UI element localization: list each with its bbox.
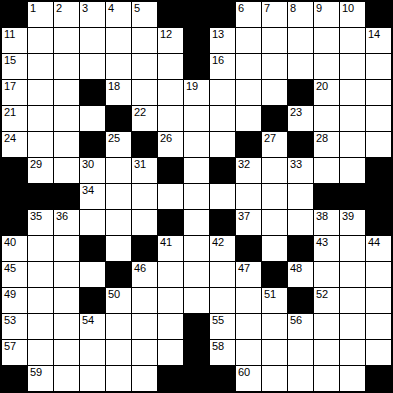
clue-number-10: 10 <box>342 2 354 15</box>
white-cell-r11c4[interactable]: 50 <box>106 288 131 313</box>
white-cell-r7c7[interactable] <box>184 184 209 209</box>
clue-number-58: 58 <box>212 340 224 353</box>
clue-number-45: 45 <box>4 262 16 275</box>
black-cell-r14c14 <box>366 366 391 391</box>
white-cell-r5c10[interactable]: 27 <box>262 132 287 157</box>
white-cell-r6c1[interactable]: 29 <box>28 158 53 183</box>
white-cell-r13c3[interactable] <box>80 340 105 365</box>
white-cell-r8c9[interactable]: 37 <box>236 210 261 235</box>
white-cell-r3c9[interactable] <box>236 80 261 105</box>
black-cell-r2c7 <box>184 54 209 79</box>
white-cell-r0c2[interactable]: 2 <box>54 2 79 27</box>
white-cell-r2c11[interactable] <box>288 54 313 79</box>
clue-number-39: 39 <box>342 210 354 223</box>
white-cell-r11c2[interactable] <box>54 288 79 313</box>
white-cell-r12c3[interactable]: 54 <box>80 314 105 339</box>
white-cell-r5c13[interactable] <box>340 132 365 157</box>
black-cell-r7c12 <box>314 184 339 209</box>
white-cell-r6c7[interactable] <box>184 158 209 183</box>
white-cell-r5c0[interactable]: 24 <box>2 132 27 157</box>
clue-number-11: 11 <box>4 28 15 41</box>
black-cell-r7c2 <box>54 184 79 209</box>
black-cell-r7c0 <box>2 184 27 209</box>
clue-number-47: 47 <box>238 262 250 275</box>
white-cell-r4c13[interactable] <box>340 106 365 131</box>
white-cell-r5c6[interactable]: 26 <box>158 132 183 157</box>
white-cell-r4c0[interactable]: 21 <box>2 106 27 131</box>
white-cell-r2c6[interactable] <box>158 54 183 79</box>
white-cell-r12c9[interactable] <box>236 314 261 339</box>
white-cell-r10c12[interactable] <box>314 262 339 287</box>
white-cell-r4c11[interactable]: 23 <box>288 106 313 131</box>
white-cell-r14c13[interactable] <box>340 366 365 391</box>
white-cell-r3c14[interactable] <box>366 80 391 105</box>
white-cell-r10c3[interactable] <box>80 262 105 287</box>
white-cell-r3c10[interactable] <box>262 80 287 105</box>
white-cell-r5c1[interactable] <box>28 132 53 157</box>
black-cell-r0c7 <box>184 2 209 27</box>
white-cell-r7c4[interactable] <box>106 184 131 209</box>
white-cell-r5c7[interactable] <box>184 132 209 157</box>
clue-number-20: 20 <box>316 80 328 93</box>
white-cell-r5c14[interactable] <box>366 132 391 157</box>
white-cell-r13c0[interactable]: 57 <box>2 340 27 365</box>
clue-number-46: 46 <box>134 262 146 275</box>
clue-number-1: 1 <box>30 2 36 15</box>
clue-number-50: 50 <box>108 288 120 301</box>
black-cell-r13c7 <box>184 340 209 365</box>
clue-number-57: 57 <box>4 340 16 353</box>
clue-number-29: 29 <box>30 158 42 171</box>
white-cell-r13c8[interactable]: 58 <box>210 340 235 365</box>
clue-number-9: 9 <box>316 2 322 15</box>
black-cell-r0c0 <box>2 2 27 27</box>
white-cell-r13c13[interactable] <box>340 340 365 365</box>
white-cell-r4c9[interactable] <box>236 106 261 131</box>
white-cell-r0c11[interactable]: 8 <box>288 2 313 27</box>
clue-number-14: 14 <box>368 28 380 41</box>
white-cell-r13c10[interactable] <box>262 340 287 365</box>
clue-number-55: 55 <box>212 314 224 327</box>
white-cell-r7c5[interactable] <box>132 184 157 209</box>
white-cell-r3c1[interactable] <box>28 80 53 105</box>
clue-number-43: 43 <box>316 236 328 249</box>
clue-number-59: 59 <box>30 366 42 379</box>
clue-number-40: 40 <box>4 236 16 249</box>
white-cell-r5c2[interactable] <box>54 132 79 157</box>
clue-number-42: 42 <box>212 236 224 249</box>
black-cell-r3c11 <box>288 80 313 105</box>
white-cell-r4c6[interactable] <box>158 106 183 131</box>
white-cell-r6c12[interactable] <box>314 158 339 183</box>
white-cell-r10c11[interactable]: 48 <box>288 262 313 287</box>
clue-number-30: 30 <box>82 158 94 171</box>
black-cell-r5c11 <box>288 132 313 157</box>
clue-number-33: 33 <box>290 158 302 171</box>
white-cell-r2c9[interactable] <box>236 54 261 79</box>
clue-number-25: 25 <box>108 132 120 145</box>
white-cell-r4c5[interactable]: 22 <box>132 106 157 131</box>
white-cell-r11c7[interactable] <box>184 288 209 313</box>
white-cell-r0c10[interactable]: 7 <box>262 2 287 27</box>
white-cell-r9c1[interactable] <box>28 236 53 261</box>
white-cell-r3c0[interactable]: 17 <box>2 80 27 105</box>
white-cell-r13c1[interactable] <box>28 340 53 365</box>
white-cell-r3c6[interactable] <box>158 80 183 105</box>
white-cell-r14c1[interactable]: 59 <box>28 366 53 391</box>
white-cell-r3c2[interactable] <box>54 80 79 105</box>
black-cell-r4c4 <box>106 106 131 131</box>
white-cell-r9c14[interactable]: 44 <box>366 236 391 261</box>
clue-number-17: 17 <box>4 80 16 93</box>
white-cell-r4c12[interactable] <box>314 106 339 131</box>
white-cell-r2c14[interactable] <box>366 54 391 79</box>
clue-number-51: 51 <box>264 288 276 301</box>
white-cell-r0c3[interactable]: 3 <box>80 2 105 27</box>
black-cell-r1c7 <box>184 28 209 53</box>
white-cell-r1c11[interactable] <box>288 28 313 53</box>
white-cell-r0c4[interactable]: 4 <box>106 2 131 27</box>
crossword-grid: 1234567891011121314151617181920212223242… <box>0 0 393 393</box>
black-cell-r10c4 <box>106 262 131 287</box>
white-cell-r9c8[interactable]: 42 <box>210 236 235 261</box>
black-cell-r6c14 <box>366 158 391 183</box>
white-cell-r14c12[interactable] <box>314 366 339 391</box>
clue-number-49: 49 <box>4 288 16 301</box>
white-cell-r3c8[interactable] <box>210 80 235 105</box>
clue-number-53: 53 <box>4 314 16 327</box>
white-cell-r8c10[interactable] <box>262 210 287 235</box>
clue-number-7: 7 <box>264 2 270 15</box>
clue-number-48: 48 <box>290 262 302 275</box>
white-cell-r7c9[interactable] <box>236 184 261 209</box>
black-cell-r14c8 <box>210 366 235 391</box>
clue-number-52: 52 <box>316 288 328 301</box>
white-cell-r10c6[interactable] <box>158 262 183 287</box>
white-cell-r0c13[interactable]: 10 <box>340 2 365 27</box>
clue-number-27: 27 <box>264 132 276 145</box>
clue-number-32: 32 <box>238 158 250 171</box>
white-cell-r11c6[interactable] <box>158 288 183 313</box>
white-cell-r10c5[interactable]: 46 <box>132 262 157 287</box>
clue-number-37: 37 <box>238 210 250 223</box>
white-cell-r14c5[interactable] <box>132 366 157 391</box>
clue-number-38: 38 <box>316 210 328 223</box>
black-cell-r14c7 <box>184 366 209 391</box>
white-cell-r5c4[interactable]: 25 <box>106 132 131 157</box>
black-cell-r9c5 <box>132 236 157 261</box>
white-cell-r4c8[interactable] <box>210 106 235 131</box>
black-cell-r7c13 <box>340 184 365 209</box>
black-cell-r0c8 <box>210 2 235 27</box>
clue-number-26: 26 <box>160 132 172 145</box>
black-cell-r8c6 <box>158 210 183 235</box>
white-cell-r12c0[interactable]: 53 <box>2 314 27 339</box>
clue-number-12: 12 <box>160 28 172 41</box>
white-cell-r12c2[interactable] <box>54 314 79 339</box>
white-cell-r12c8[interactable]: 55 <box>210 314 235 339</box>
white-cell-r2c2[interactable] <box>54 54 79 79</box>
black-cell-r6c8 <box>210 158 235 183</box>
white-cell-r2c0[interactable]: 15 <box>2 54 27 79</box>
white-cell-r11c13[interactable] <box>340 288 365 313</box>
clue-number-13: 13 <box>212 28 224 41</box>
white-cell-r8c5[interactable] <box>132 210 157 235</box>
white-cell-r8c12[interactable]: 38 <box>314 210 339 235</box>
white-cell-r11c0[interactable]: 49 <box>2 288 27 313</box>
clue-number-4: 4 <box>108 2 114 15</box>
white-cell-r1c8[interactable]: 13 <box>210 28 235 53</box>
white-cell-r1c12[interactable] <box>314 28 339 53</box>
white-cell-r2c8[interactable]: 16 <box>210 54 235 79</box>
clue-number-44: 44 <box>368 236 380 249</box>
white-cell-r0c1[interactable]: 1 <box>28 2 53 27</box>
white-cell-r13c12[interactable] <box>314 340 339 365</box>
white-cell-r13c4[interactable] <box>106 340 131 365</box>
black-cell-r6c6 <box>158 158 183 183</box>
white-cell-r4c3[interactable] <box>80 106 105 131</box>
white-cell-r10c9[interactable]: 47 <box>236 262 261 287</box>
white-cell-r2c4[interactable] <box>106 54 131 79</box>
white-cell-r2c3[interactable] <box>80 54 105 79</box>
clue-number-22: 22 <box>134 106 146 119</box>
black-cell-r11c3 <box>80 288 105 313</box>
white-cell-r9c12[interactable]: 43 <box>314 236 339 261</box>
white-cell-r8c4[interactable] <box>106 210 131 235</box>
clue-number-6: 6 <box>238 2 244 15</box>
white-cell-r6c13[interactable] <box>340 158 365 183</box>
white-cell-r3c13[interactable] <box>340 80 365 105</box>
white-cell-r8c3[interactable] <box>80 210 105 235</box>
white-cell-r13c9[interactable] <box>236 340 261 365</box>
white-cell-r11c14[interactable] <box>366 288 391 313</box>
white-cell-r2c1[interactable] <box>28 54 53 79</box>
white-cell-r1c13[interactable] <box>340 28 365 53</box>
white-cell-r14c11[interactable] <box>288 366 313 391</box>
white-cell-r2c5[interactable] <box>132 54 157 79</box>
white-cell-r12c13[interactable] <box>340 314 365 339</box>
black-cell-r9c3 <box>80 236 105 261</box>
white-cell-r13c11[interactable] <box>288 340 313 365</box>
white-cell-r12c5[interactable] <box>132 314 157 339</box>
clue-number-8: 8 <box>290 2 296 15</box>
white-cell-r5c8[interactable] <box>210 132 235 157</box>
white-cell-r10c14[interactable] <box>366 262 391 287</box>
white-cell-r12c1[interactable] <box>28 314 53 339</box>
clue-number-56: 56 <box>290 314 302 327</box>
white-cell-r4c7[interactable] <box>184 106 209 131</box>
white-cell-r0c5[interactable]: 5 <box>132 2 157 27</box>
clue-number-21: 21 <box>4 106 16 119</box>
white-cell-r1c14[interactable]: 14 <box>366 28 391 53</box>
white-cell-r11c9[interactable] <box>236 288 261 313</box>
black-cell-r12c7 <box>184 314 209 339</box>
black-cell-r5c3 <box>80 132 105 157</box>
black-cell-r8c14 <box>366 210 391 235</box>
white-cell-r7c3[interactable]: 34 <box>80 184 105 209</box>
clue-number-16: 16 <box>212 54 224 67</box>
white-cell-r1c2[interactable] <box>54 28 79 53</box>
black-cell-r3c3 <box>80 80 105 105</box>
white-cell-r12c10[interactable] <box>262 314 287 339</box>
clue-number-54: 54 <box>82 314 94 327</box>
white-cell-r2c10[interactable] <box>262 54 287 79</box>
clue-number-18: 18 <box>108 80 120 93</box>
white-cell-r1c6[interactable]: 12 <box>158 28 183 53</box>
white-cell-r6c9[interactable]: 32 <box>236 158 261 183</box>
white-cell-r1c9[interactable] <box>236 28 261 53</box>
white-cell-r11c8[interactable] <box>210 288 235 313</box>
white-cell-r8c11[interactable] <box>288 210 313 235</box>
white-cell-r7c10[interactable] <box>262 184 287 209</box>
white-cell-r10c0[interactable]: 45 <box>2 262 27 287</box>
white-cell-r2c13[interactable] <box>340 54 365 79</box>
white-cell-r10c1[interactable] <box>28 262 53 287</box>
white-cell-r4c2[interactable] <box>54 106 79 131</box>
white-cell-r9c0[interactable]: 40 <box>2 236 27 261</box>
white-cell-r14c4[interactable] <box>106 366 131 391</box>
white-cell-r7c11[interactable] <box>288 184 313 209</box>
white-cell-r8c1[interactable]: 35 <box>28 210 53 235</box>
black-cell-r5c5 <box>132 132 157 157</box>
white-cell-r10c7[interactable] <box>184 262 209 287</box>
white-cell-r9c2[interactable] <box>54 236 79 261</box>
black-cell-r11c11 <box>288 288 313 313</box>
white-cell-r2c12[interactable] <box>314 54 339 79</box>
white-cell-r12c14[interactable] <box>366 314 391 339</box>
clue-number-2: 2 <box>56 2 62 15</box>
white-cell-r11c5[interactable] <box>132 288 157 313</box>
white-cell-r9c6[interactable]: 41 <box>158 236 183 261</box>
clue-number-36: 36 <box>56 210 68 223</box>
white-cell-r13c2[interactable] <box>54 340 79 365</box>
white-cell-r14c3[interactable] <box>80 366 105 391</box>
white-cell-r9c10[interactable] <box>262 236 287 261</box>
clue-number-31: 31 <box>134 158 146 171</box>
white-cell-r6c11[interactable]: 33 <box>288 158 313 183</box>
clue-number-28: 28 <box>316 132 328 145</box>
white-cell-r12c12[interactable] <box>314 314 339 339</box>
white-cell-r9c13[interactable] <box>340 236 365 261</box>
white-cell-r1c4[interactable] <box>106 28 131 53</box>
black-cell-r8c8 <box>210 210 235 235</box>
white-cell-r11c10[interactable]: 51 <box>262 288 287 313</box>
clue-number-5: 5 <box>134 2 140 15</box>
white-cell-r0c12[interactable]: 9 <box>314 2 339 27</box>
black-cell-r9c9 <box>236 236 261 261</box>
white-cell-r6c3[interactable]: 30 <box>80 158 105 183</box>
white-cell-r1c10[interactable] <box>262 28 287 53</box>
white-cell-r9c4[interactable] <box>106 236 131 261</box>
white-cell-r8c2[interactable]: 36 <box>54 210 79 235</box>
white-cell-r12c4[interactable] <box>106 314 131 339</box>
white-cell-r1c0[interactable]: 11 <box>2 28 27 53</box>
clue-number-15: 15 <box>4 54 16 67</box>
white-cell-r14c9[interactable]: 60 <box>236 366 261 391</box>
white-cell-r11c1[interactable] <box>28 288 53 313</box>
white-cell-r13c5[interactable] <box>132 340 157 365</box>
black-cell-r14c6 <box>158 366 183 391</box>
white-cell-r12c11[interactable]: 56 <box>288 314 313 339</box>
black-cell-r7c14 <box>366 184 391 209</box>
white-cell-r13c6[interactable] <box>158 340 183 365</box>
black-cell-r9c11 <box>288 236 313 261</box>
white-cell-r6c5[interactable]: 31 <box>132 158 157 183</box>
white-cell-r8c7[interactable] <box>184 210 209 235</box>
white-cell-r10c8[interactable] <box>210 262 235 287</box>
black-cell-r14c0 <box>2 366 27 391</box>
white-cell-r8c13[interactable]: 39 <box>340 210 365 235</box>
black-cell-r0c14 <box>366 2 391 27</box>
white-cell-r6c10[interactable] <box>262 158 287 183</box>
black-cell-r10c10 <box>262 262 287 287</box>
white-cell-r3c12[interactable]: 20 <box>314 80 339 105</box>
white-cell-r3c4[interactable]: 18 <box>106 80 131 105</box>
white-cell-r3c5[interactable] <box>132 80 157 105</box>
clue-number-23: 23 <box>290 106 302 119</box>
white-cell-r5c12[interactable]: 28 <box>314 132 339 157</box>
white-cell-r9c7[interactable] <box>184 236 209 261</box>
white-cell-r12c6[interactable] <box>158 314 183 339</box>
white-cell-r7c8[interactable] <box>210 184 235 209</box>
white-cell-r13c14[interactable] <box>366 340 391 365</box>
white-cell-r14c2[interactable] <box>54 366 79 391</box>
white-cell-r1c3[interactable] <box>80 28 105 53</box>
white-cell-r7c6[interactable] <box>158 184 183 209</box>
clue-number-34: 34 <box>82 184 94 197</box>
black-cell-r4c10 <box>262 106 287 131</box>
black-cell-r5c9 <box>236 132 261 157</box>
white-cell-r14c10[interactable] <box>262 366 287 391</box>
white-cell-r1c1[interactable] <box>28 28 53 53</box>
white-cell-r4c1[interactable] <box>28 106 53 131</box>
clue-number-35: 35 <box>30 210 42 223</box>
black-cell-r7c1 <box>28 184 53 209</box>
white-cell-r10c13[interactable] <box>340 262 365 287</box>
clue-number-60: 60 <box>238 366 250 379</box>
clue-number-41: 41 <box>160 236 172 249</box>
white-cell-r11c12[interactable]: 52 <box>314 288 339 313</box>
black-cell-r6c0 <box>2 158 27 183</box>
clue-number-3: 3 <box>82 2 88 15</box>
clue-number-24: 24 <box>4 132 16 145</box>
white-cell-r6c4[interactable] <box>106 158 131 183</box>
white-cell-r4c14[interactable] <box>366 106 391 131</box>
white-cell-r1c5[interactable] <box>132 28 157 53</box>
white-cell-r10c2[interactable] <box>54 262 79 287</box>
black-cell-r0c6 <box>158 2 183 27</box>
white-cell-r3c7[interactable]: 19 <box>184 80 209 105</box>
black-cell-r8c0 <box>2 210 27 235</box>
clue-number-19: 19 <box>186 80 198 93</box>
white-cell-r6c2[interactable] <box>54 158 79 183</box>
white-cell-r0c9[interactable]: 6 <box>236 2 261 27</box>
